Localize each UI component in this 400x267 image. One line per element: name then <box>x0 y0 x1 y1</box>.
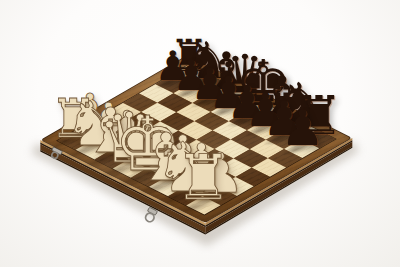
chess-set-photo: ♜♞♝♛♚♝♞♜♟♟♟♟♟♟♟♟♟♟♟♟♟♟♟♟♜♞♝♛♚♝♞♜ <box>0 0 400 267</box>
piece-white-rook[interactable]: ♜ <box>175 147 231 210</box>
piece-black-pawn[interactable]: ♟ <box>281 104 325 153</box>
